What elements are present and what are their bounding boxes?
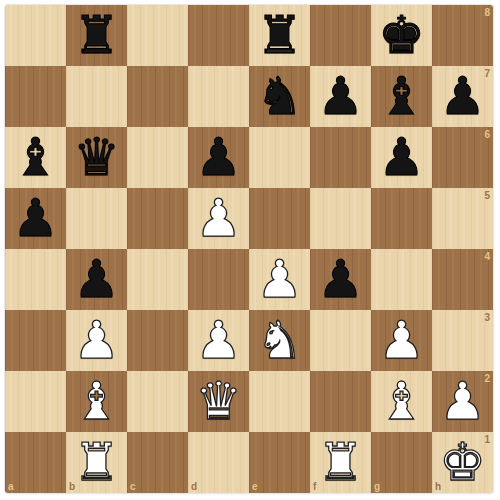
square-g6[interactable]: ♟ [371, 127, 432, 188]
square-a6[interactable]: ♝ [5, 127, 66, 188]
square-a3[interactable] [5, 310, 66, 371]
chess-board: ♜♜♚8♞♟♝♟7♝♛♟♟6♟♟5♟♟♟4♟♟♞♟3♝♛♝♟2a♜bcde♜fg… [5, 5, 493, 493]
white-pawn[interactable]: ♟ [439, 371, 486, 432]
square-f6[interactable] [310, 127, 371, 188]
white-pawn[interactable]: ♟ [195, 310, 242, 371]
square-c2[interactable] [127, 371, 188, 432]
square-h6[interactable]: 6 [432, 127, 493, 188]
square-g4[interactable] [371, 249, 432, 310]
file-label-g: g [374, 481, 380, 492]
rank-label-8: 8 [484, 7, 490, 18]
white-pawn[interactable]: ♟ [256, 249, 303, 310]
file-label-e: e [252, 481, 258, 492]
square-g1[interactable]: g [371, 432, 432, 493]
square-e5[interactable] [249, 188, 310, 249]
square-a7[interactable] [5, 66, 66, 127]
black-knight[interactable]: ♞ [256, 66, 303, 127]
square-h1[interactable]: ♚1h [432, 432, 493, 493]
rank-label-4: 4 [484, 251, 490, 262]
rank-label-3: 3 [484, 312, 490, 323]
file-label-c: c [130, 481, 136, 492]
square-e6[interactable] [249, 127, 310, 188]
file-label-a: a [8, 481, 14, 492]
square-g5[interactable] [371, 188, 432, 249]
square-f5[interactable] [310, 188, 371, 249]
square-d7[interactable] [188, 66, 249, 127]
square-h7[interactable]: ♟7 [432, 66, 493, 127]
square-a4[interactable] [5, 249, 66, 310]
square-b4[interactable]: ♟ [66, 249, 127, 310]
black-pawn[interactable]: ♟ [195, 127, 242, 188]
square-f7[interactable]: ♟ [310, 66, 371, 127]
white-pawn[interactable]: ♟ [378, 310, 425, 371]
square-d3[interactable]: ♟ [188, 310, 249, 371]
file-label-d: d [191, 481, 197, 492]
square-e3[interactable]: ♞ [249, 310, 310, 371]
white-rook[interactable]: ♜ [317, 432, 364, 493]
black-pawn[interactable]: ♟ [317, 249, 364, 310]
square-f3[interactable] [310, 310, 371, 371]
white-pawn[interactable]: ♟ [195, 188, 242, 249]
black-rook[interactable]: ♜ [256, 5, 303, 66]
black-king[interactable]: ♚ [378, 5, 425, 66]
square-h3[interactable]: 3 [432, 310, 493, 371]
white-queen[interactable]: ♛ [195, 371, 242, 432]
black-pawn[interactable]: ♟ [73, 249, 120, 310]
square-g7[interactable]: ♝ [371, 66, 432, 127]
square-e7[interactable]: ♞ [249, 66, 310, 127]
square-b2[interactable]: ♝ [66, 371, 127, 432]
square-c5[interactable] [127, 188, 188, 249]
white-king[interactable]: ♚ [439, 432, 486, 493]
white-bishop[interactable]: ♝ [378, 371, 425, 432]
square-c3[interactable] [127, 310, 188, 371]
square-d4[interactable] [188, 249, 249, 310]
square-c8[interactable] [127, 5, 188, 66]
square-c7[interactable] [127, 66, 188, 127]
rank-label-7: 7 [484, 68, 490, 79]
black-bishop[interactable]: ♝ [12, 127, 59, 188]
square-f2[interactable] [310, 371, 371, 432]
square-b7[interactable] [66, 66, 127, 127]
rank-label-6: 6 [484, 129, 490, 140]
square-e4[interactable]: ♟ [249, 249, 310, 310]
square-h4[interactable]: 4 [432, 249, 493, 310]
black-rook[interactable]: ♜ [73, 5, 120, 66]
black-bishop[interactable]: ♝ [378, 66, 425, 127]
rank-label-5: 5 [484, 190, 490, 201]
square-a1[interactable]: a [5, 432, 66, 493]
square-h5[interactable]: 5 [432, 188, 493, 249]
black-queen[interactable]: ♛ [73, 127, 120, 188]
square-e8[interactable]: ♜ [249, 5, 310, 66]
square-a2[interactable] [5, 371, 66, 432]
white-pawn[interactable]: ♟ [73, 310, 120, 371]
square-f1[interactable]: ♜f [310, 432, 371, 493]
square-b1[interactable]: ♜b [66, 432, 127, 493]
black-pawn[interactable]: ♟ [378, 127, 425, 188]
square-c4[interactable] [127, 249, 188, 310]
square-c6[interactable] [127, 127, 188, 188]
square-d2[interactable]: ♛ [188, 371, 249, 432]
rank-label-1: 1 [484, 434, 490, 445]
square-g8[interactable]: ♚ [371, 5, 432, 66]
black-pawn[interactable]: ♟ [12, 188, 59, 249]
square-d6[interactable]: ♟ [188, 127, 249, 188]
rank-label-2: 2 [484, 373, 490, 384]
file-label-f: f [313, 481, 316, 492]
file-label-h: h [435, 481, 441, 492]
square-d1[interactable]: d [188, 432, 249, 493]
white-knight[interactable]: ♞ [256, 310, 303, 371]
black-pawn[interactable]: ♟ [439, 66, 486, 127]
square-f4[interactable]: ♟ [310, 249, 371, 310]
white-rook[interactable]: ♜ [73, 432, 120, 493]
square-b6[interactable]: ♛ [66, 127, 127, 188]
square-h8[interactable]: 8 [432, 5, 493, 66]
square-f8[interactable] [310, 5, 371, 66]
square-b8[interactable]: ♜ [66, 5, 127, 66]
square-h2[interactable]: ♟2 [432, 371, 493, 432]
square-e1[interactable]: e [249, 432, 310, 493]
square-b3[interactable]: ♟ [66, 310, 127, 371]
square-a5[interactable]: ♟ [5, 188, 66, 249]
white-bishop[interactable]: ♝ [73, 371, 120, 432]
square-c1[interactable]: c [127, 432, 188, 493]
black-pawn[interactable]: ♟ [317, 66, 364, 127]
square-g3[interactable]: ♟ [371, 310, 432, 371]
square-a8[interactable] [5, 5, 66, 66]
square-b5[interactable] [66, 188, 127, 249]
chess-board-container: ♜♜♚8♞♟♝♟7♝♛♟♟6♟♟5♟♟♟4♟♟♞♟3♝♛♝♟2a♜bcde♜fg… [5, 5, 493, 493]
file-label-b: b [69, 481, 75, 492]
square-e2[interactable] [249, 371, 310, 432]
square-d5[interactable]: ♟ [188, 188, 249, 249]
square-d8[interactable] [188, 5, 249, 66]
square-g2[interactable]: ♝ [371, 371, 432, 432]
